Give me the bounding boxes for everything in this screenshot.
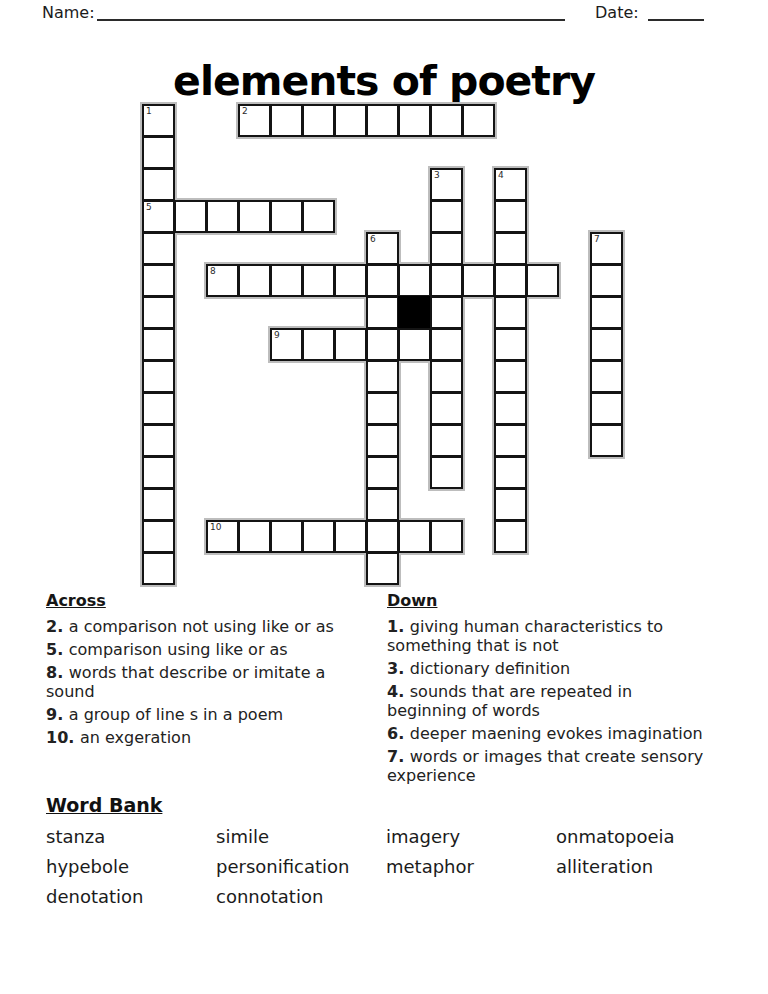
word-bank-item: alliteration [556,856,736,877]
crossword-cell[interactable] [430,392,463,425]
cell-number: 3 [434,170,440,180]
clue-item: 7. words or images that create sensory e… [387,747,743,785]
crossword-cell[interactable] [430,360,463,393]
cell-number: 9 [274,330,280,340]
clue-item: 9. a group of line s in a poem [46,705,382,724]
crossword-cell[interactable] [302,520,335,553]
word-bank-item: hypebole [46,856,216,877]
clue-number: 9. [46,705,69,724]
crossword-cell[interactable] [494,360,527,393]
crossword-cell[interactable] [430,200,463,233]
clue-text: an exgeration [80,728,191,747]
crossword-cell[interactable] [366,328,399,361]
crossword-cell[interactable] [366,424,399,457]
crossword-cell[interactable] [142,488,175,521]
crossword-cell[interactable] [590,424,623,457]
across-clue-list: 2. a comparison not using like or as5. c… [46,617,382,747]
crossword-cell[interactable] [430,456,463,489]
clue-item: 8. words that describe or imitate a soun… [46,663,382,701]
clue-text: deeper maening evokes imagination [410,724,703,743]
name-input-line[interactable] [97,19,565,21]
clue-text: words that describe or imitate a sound [46,663,325,701]
crossword-cell[interactable] [302,104,335,137]
crossword-cell[interactable] [302,200,335,233]
down-clues-section: Down 1. giving human characteristics to … [387,591,743,789]
word-bank-item: imagery [386,826,556,847]
crossword-cell[interactable] [494,456,527,489]
crossword-cell[interactable] [494,200,527,233]
crossword-cell[interactable] [494,264,527,297]
crossword-cell[interactable] [142,232,175,265]
across-heading: Across [46,591,382,610]
clue-number: 4. [387,682,410,701]
clue-number: 1. [387,617,410,636]
crossword-cell[interactable] [334,520,367,553]
crossword-cell[interactable] [366,360,399,393]
clue-text: a comparison not using like or as [69,617,334,636]
clue-item: 3. dictionary definition [387,659,743,678]
crossword-cell[interactable]: 6 [366,232,399,265]
down-heading: Down [387,591,743,610]
crossword-cell[interactable] [206,200,239,233]
crossword-cell[interactable] [590,328,623,361]
crossword-cell[interactable] [590,296,623,329]
cell-number: 10 [210,522,221,532]
crossword-cell[interactable] [302,328,335,361]
clue-item: 10. an exgeration [46,728,382,747]
crossword-cell[interactable]: 9 [270,328,303,361]
word-bank-section: Word Bank stanzasimileimageryonmatopoeia… [46,794,736,907]
word-bank-item: simile [216,826,386,847]
cell-number: 1 [146,106,152,116]
clue-number: 6. [387,724,410,743]
crossword-cell[interactable] [494,488,527,521]
crossword-cell[interactable] [366,296,399,329]
crossword-cell[interactable] [398,264,431,297]
crossword-cell[interactable] [238,200,271,233]
clue-item: 6. deeper maening evokes imagination [387,724,743,743]
word-bank-item: connotation [216,886,386,907]
crossword-cell[interactable] [270,104,303,137]
crossword-cell[interactable] [366,488,399,521]
date-label: Date: [595,3,639,22]
clue-text: sounds that are repeated in beginning of… [387,682,632,720]
crossword-cell[interactable] [366,520,399,553]
crossword-cell[interactable] [334,264,367,297]
word-bank-item: metaphor [386,856,556,877]
date-input-line[interactable] [648,19,704,21]
clue-text: a group of line s in a poem [69,705,283,724]
crossword-cell[interactable] [462,104,495,137]
crossword-cell[interactable] [238,520,271,553]
crossword-cell[interactable] [366,104,399,137]
crossword-cell[interactable] [270,264,303,297]
crossword-cell[interactable] [494,296,527,329]
clue-text: words or images that create sensory expe… [387,747,703,785]
crossword-cell[interactable]: 5 [142,200,175,233]
crossword-cell[interactable] [430,328,463,361]
crossword-cell[interactable] [526,264,559,297]
clue-number: 5. [46,640,69,659]
crossword-cell[interactable] [430,520,463,553]
crossword-cell[interactable] [494,328,527,361]
clue-text: giving human characteristics to somethin… [387,617,663,655]
crossword-cell[interactable] [302,264,335,297]
crossword-cell[interactable] [430,232,463,265]
clue-number: 8. [46,663,69,682]
crossword-cell[interactable]: 1 [142,104,175,137]
crossword-cell[interactable] [142,136,175,169]
cell-number: 7 [594,234,600,244]
word-bank-item: onmatopoeia [556,826,736,847]
crossword-cell[interactable] [366,552,399,585]
crossword-cell[interactable] [494,520,527,553]
crossword-cell[interactable] [430,424,463,457]
cell-number: 8 [210,266,216,276]
cell-number: 5 [146,202,152,212]
crossword-cell[interactable] [430,104,463,137]
crossword-cell[interactable] [142,360,175,393]
word-bank-list: stanzasimileimageryonmatopoeiahypebolepe… [46,826,736,907]
crossword-cell[interactable] [494,424,527,457]
crossword-cell[interactable] [366,392,399,425]
crossword-cell[interactable] [238,264,271,297]
crossword-cell[interactable] [494,232,527,265]
clue-item: 5. comparison using like or as [46,640,382,659]
crossword-cell[interactable] [590,264,623,297]
crossword-cell[interactable] [142,328,175,361]
crossword-cell[interactable] [398,104,431,137]
crossword-cell[interactable]: 4 [494,168,527,201]
black-cell [398,296,431,329]
across-clues-section: Across 2. a comparison not using like or… [46,591,382,751]
clue-number: 7. [387,747,410,766]
crossword-cell[interactable] [142,520,175,553]
name-label: Name: [42,3,95,22]
cell-number: 2 [242,106,248,116]
crossword-cell[interactable]: 7 [590,232,623,265]
crossword-cell[interactable] [142,392,175,425]
word-bank-item: stanza [46,826,216,847]
crossword-cell[interactable] [270,200,303,233]
crossword-cell[interactable] [174,200,207,233]
crossword-cell[interactable] [590,392,623,425]
clue-text: dictionary definition [410,659,570,678]
word-bank-item: denotation [46,886,216,907]
crossword-cell[interactable] [430,296,463,329]
word-bank-item: personification [216,856,386,877]
crossword-cell[interactable] [334,328,367,361]
crossword-cell[interactable] [270,520,303,553]
crossword-cell[interactable] [366,456,399,489]
clue-number: 2. [46,617,69,636]
crossword-cell[interactable] [142,424,175,457]
crossword-cell[interactable] [142,264,175,297]
clue-item: 2. a comparison not using like or as [46,617,382,636]
clue-number: 10. [46,728,80,747]
crossword-cell[interactable] [142,168,175,201]
crossword-cell[interactable] [334,104,367,137]
crossword-cell[interactable] [142,456,175,489]
crossword-cell[interactable] [590,360,623,393]
crossword-cell[interactable] [366,264,399,297]
cell-number: 4 [498,170,504,180]
clue-item: 1. giving human characteristics to somet… [387,617,743,655]
clue-text: comparison using like or as [69,640,288,659]
clue-item: 4. sounds that are repeated in beginning… [387,682,743,720]
crossword-cell[interactable] [398,520,431,553]
crossword-cell[interactable]: 3 [430,168,463,201]
down-clue-list: 1. giving human characteristics to somet… [387,617,743,785]
crossword-cell[interactable] [142,296,175,329]
clue-number: 3. [387,659,410,678]
crossword-cell[interactable] [398,328,431,361]
word-bank-heading: Word Bank [46,794,736,816]
page-title: elements of poetry [0,57,768,105]
crossword-cell[interactable] [142,552,175,585]
crossword-cell[interactable]: 2 [238,104,271,137]
crossword-cell[interactable] [494,392,527,425]
crossword-cell[interactable]: 10 [206,520,239,553]
crossword-cell[interactable] [462,264,495,297]
crossword-grid: 12345678910 [142,104,624,586]
crossword-cell[interactable] [430,264,463,297]
cell-number: 6 [370,234,376,244]
crossword-cell[interactable]: 8 [206,264,239,297]
